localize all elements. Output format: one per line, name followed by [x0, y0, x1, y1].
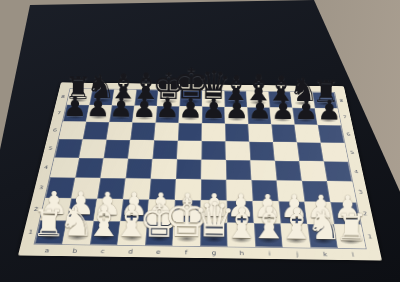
file-label-l: l — [338, 250, 368, 261]
square-h5[interactable] — [225, 141, 250, 160]
square-j6[interactable] — [271, 124, 296, 142]
file-label-a: a — [32, 245, 62, 256]
square-g4[interactable] — [201, 160, 226, 180]
square-d4[interactable] — [126, 159, 153, 179]
square-i5[interactable] — [249, 142, 275, 161]
square-j5[interactable] — [273, 142, 299, 161]
file-label-b: b — [60, 246, 90, 257]
square-l1[interactable]: ♜ — [334, 224, 365, 248]
file-label-i: i — [255, 249, 284, 260]
file-label-f: f — [172, 247, 200, 258]
square-i6[interactable] — [248, 124, 273, 142]
square-c4[interactable] — [100, 158, 128, 178]
square-e4[interactable] — [151, 159, 177, 179]
square-l7[interactable]: ♟ — [315, 108, 341, 125]
vinyl-chess-board: ♜♞♝♝♚♚♛♝♝♝♞♜♟♟♟♟♟♟♟♟♟♟♟♟♟♟♟♟♟♟♟♟♟♟♟♟♜♞♝♝… — [18, 82, 382, 260]
square-g5[interactable] — [201, 141, 225, 160]
square-j4[interactable] — [275, 161, 302, 181]
square-k6[interactable] — [295, 125, 321, 143]
file-label-c: c — [88, 246, 117, 257]
square-f4[interactable] — [176, 159, 201, 179]
square-d6[interactable] — [130, 122, 155, 140]
file-label-h: h — [228, 248, 256, 259]
square-e6[interactable] — [154, 123, 179, 141]
board-perspective-wrap: ♜♞♝♝♚♚♛♝♝♝♞♜♟♟♟♟♟♟♟♟♟♟♟♟♟♟♟♟♟♟♟♟♟♟♟♟♜♞♝♝… — [18, 82, 382, 260]
file-label-d: d — [116, 247, 145, 258]
square-h4[interactable] — [226, 160, 252, 180]
piece-white-rook[interactable]: ♜ — [322, 209, 382, 247]
square-f6[interactable] — [178, 123, 202, 141]
square-c5[interactable] — [104, 140, 131, 159]
square-i4[interactable] — [250, 160, 276, 180]
board-grid: ♜♞♝♝♚♚♛♝♝♝♞♜♟♟♟♟♟♟♟♟♟♟♟♟♟♟♟♟♟♟♟♟♟♟♟♟♜♞♝♝… — [35, 89, 366, 249]
square-c6[interactable] — [106, 122, 132, 140]
square-d5[interactable] — [128, 140, 154, 159]
square-b4[interactable] — [75, 158, 103, 178]
square-e5[interactable] — [152, 140, 177, 159]
file-label-e: e — [144, 247, 173, 258]
square-b5[interactable] — [79, 139, 106, 158]
square-k4[interactable] — [299, 161, 327, 181]
file-label-g: g — [200, 248, 228, 259]
piece-black-pawn[interactable]: ♟ — [304, 96, 354, 124]
square-k5[interactable] — [297, 142, 324, 161]
square-g6[interactable] — [202, 123, 226, 141]
photo-scene: ♜♞♝♝♚♚♛♝♝♝♞♜♟♟♟♟♟♟♟♟♟♟♟♟♟♟♟♟♟♟♟♟♟♟♟♟♜♞♝♝… — [0, 0, 400, 282]
file-label-j: j — [283, 249, 312, 260]
square-b6[interactable] — [83, 122, 110, 140]
file-label-k: k — [311, 249, 340, 260]
square-h6[interactable] — [225, 124, 249, 142]
square-f5[interactable] — [177, 141, 202, 160]
